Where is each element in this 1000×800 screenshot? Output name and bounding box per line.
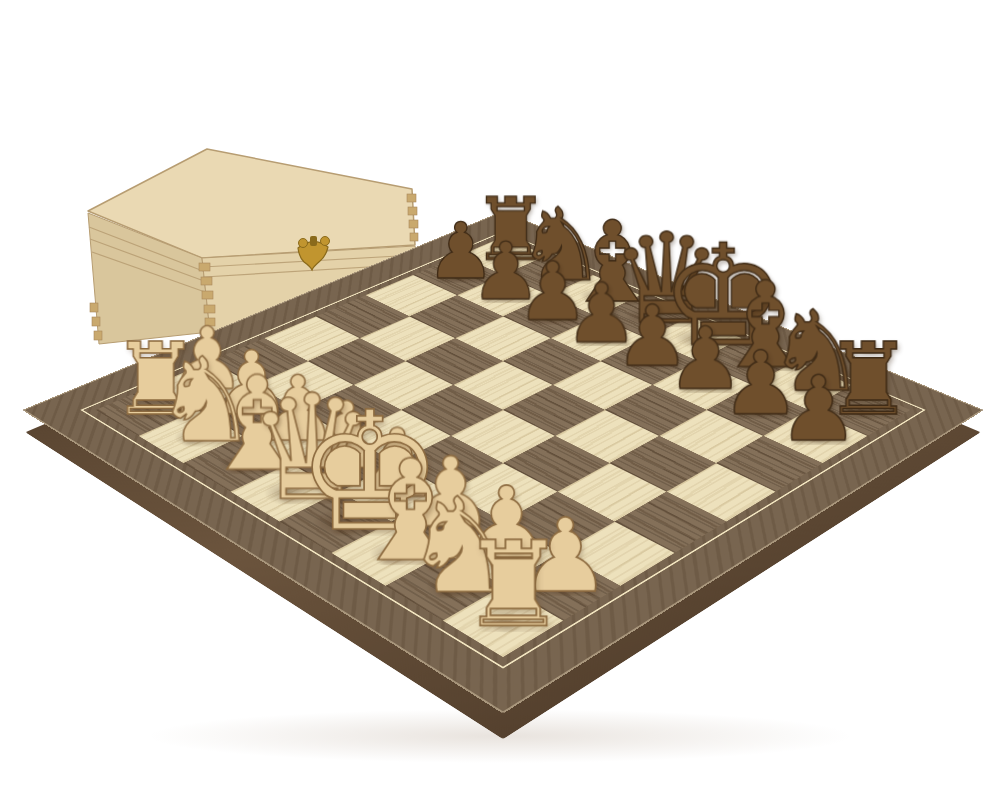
board-frame: ♜♞♝♛♚♝♞♜♟♟♟♟♟♟♟♟♟♟♟♟♟♟♟♟♜♞♝♛♚♝♞♜ xyxy=(22,211,984,714)
scene: ♜♞♝♛♚♝♞♜♟♟♟♟♟♟♟♟♟♟♟♟♟♟♟♟♜♞♝♛♚♝♞♜ xyxy=(0,0,1000,800)
chessboard-scene: ♜♞♝♛♚♝♞♜♟♟♟♟♟♟♟♟♟♟♟♟♟♟♟♟♜♞♝♛♚♝♞♜ xyxy=(163,70,843,750)
chessboard: ♜♞♝♛♚♝♞♜♟♟♟♟♟♟♟♟♟♟♟♟♟♟♟♟♜♞♝♛♚♝♞♜ xyxy=(22,211,984,714)
playing-area: ♜♞♝♛♚♝♞♜♟♟♟♟♟♟♟♟♟♟♟♟♟♟♟♟♜♞♝♛♚♝♞♜ xyxy=(96,237,911,657)
